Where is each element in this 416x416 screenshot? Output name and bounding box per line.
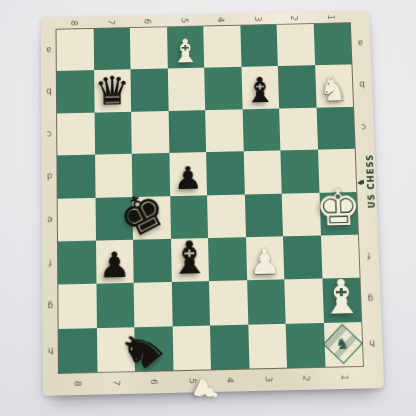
square-b7[interactable]: ♛ [94,70,131,113]
square-h4[interactable] [210,324,249,369]
rank-label-top-2: 2 [287,0,302,37]
square-b4[interactable] [204,67,242,110]
square-c5[interactable] [168,110,206,153]
square-f7[interactable]: ♟ [96,240,134,284]
square-g5[interactable] [171,281,210,326]
file-label-right-b: b [351,64,374,107]
square-d4[interactable] [206,151,244,194]
file-label-left-f: f [41,241,59,285]
square-h6[interactable]: ♞ [134,326,173,371]
square-g2[interactable] [284,279,323,324]
square-g1[interactable]: ♝ [322,278,361,323]
file-label-left-a: a [40,29,57,71]
square-f5[interactable]: ♝ [171,238,209,282]
file-label-left-b: b [40,71,57,114]
rank-label-top-5: 5 [177,2,193,39]
square-d8[interactable] [57,155,95,199]
square-c4[interactable] [205,109,243,152]
square-e1[interactable]: ♚ [319,192,358,236]
corner-logo-knight-icon: ♞ [336,336,350,352]
square-e6[interactable]: ♚ [132,196,170,240]
square-g7[interactable] [96,283,134,328]
white-king-e1[interactable]: ♚ [314,183,362,235]
square-h1[interactable]: ♞ [323,322,362,367]
black-pawn-d5[interactable]: ♟ [174,163,203,195]
white-bishop-a5[interactable]: ♝ [170,35,201,68]
square-c6[interactable] [131,111,169,154]
square-f3[interactable]: ♟ [246,236,285,280]
square-c2[interactable] [279,107,317,150]
us-chess-corner-logo: ♞ [323,324,363,364]
white-pawn-f3[interactable]: ♟ [249,244,282,280]
file-label-left-c: c [41,113,59,156]
square-h8[interactable] [59,328,97,373]
rank-label-top-7: 7 [103,4,119,41]
black-bishop-f5[interactable]: ♝ [169,235,210,281]
square-d5[interactable]: ♟ [169,152,207,196]
square-b6[interactable] [131,69,169,112]
black-pawn-f7[interactable]: ♟ [99,247,131,283]
square-g3[interactable] [247,280,286,325]
board-grid: ♝♛♝♞♟♚♚♟♝♟♝♞♞ [57,23,363,373]
square-b1[interactable]: ♞ [315,65,353,108]
square-c7[interactable] [94,112,132,155]
us-chess-brand-text: US CHESS [365,153,377,207]
square-b5[interactable] [167,68,205,111]
square-c3[interactable] [242,108,280,151]
black-bishop-b3[interactable]: ♝ [244,72,277,108]
file-label-left-e: e [41,198,59,242]
rank-label-top-3: 3 [250,1,265,38]
square-b3[interactable]: ♝ [241,66,279,109]
file-label-left-h: h [42,328,60,373]
square-h5[interactable] [172,325,211,370]
us-chess-brand: ♞ US CHESS [355,136,376,227]
file-label-left-g: g [41,285,59,330]
file-label-left-d: d [41,155,59,199]
white-knight-b1[interactable]: ♞ [318,72,350,106]
file-labels-left: abcdefgh [41,30,59,374]
square-d2[interactable] [280,150,319,193]
square-h2[interactable] [286,323,325,368]
white-bishop-g1[interactable]: ♝ [319,273,363,322]
square-e3[interactable] [244,193,283,237]
table-surface: 87654321 87654321 abcdefgh abcfgh ♞ US C… [0,0,416,416]
file-label-right-h: h [361,321,384,366]
black-queen-b7[interactable]: ♛ [94,71,130,111]
square-d3[interactable] [243,151,281,194]
square-b8[interactable] [57,70,94,113]
square-e8[interactable] [58,197,96,241]
square-f4[interactable] [208,237,247,281]
square-h3[interactable] [248,323,287,368]
square-f6[interactable] [133,239,171,283]
square-g8[interactable] [58,284,96,329]
square-c8[interactable] [57,112,94,155]
chess-board: 87654321 87654321 abcdefgh abcfgh ♞ US C… [41,10,384,395]
square-g4[interactable] [209,280,248,325]
square-e4[interactable] [207,194,245,238]
file-label-right-a: a [349,22,372,65]
square-b2[interactable] [278,66,316,109]
square-c1[interactable] [316,107,355,150]
square-f8[interactable] [58,240,96,284]
us-chess-knight-icon: ♞ [355,177,366,187]
square-f2[interactable] [283,235,322,279]
rank-label-top-1: 1 [324,0,339,36]
